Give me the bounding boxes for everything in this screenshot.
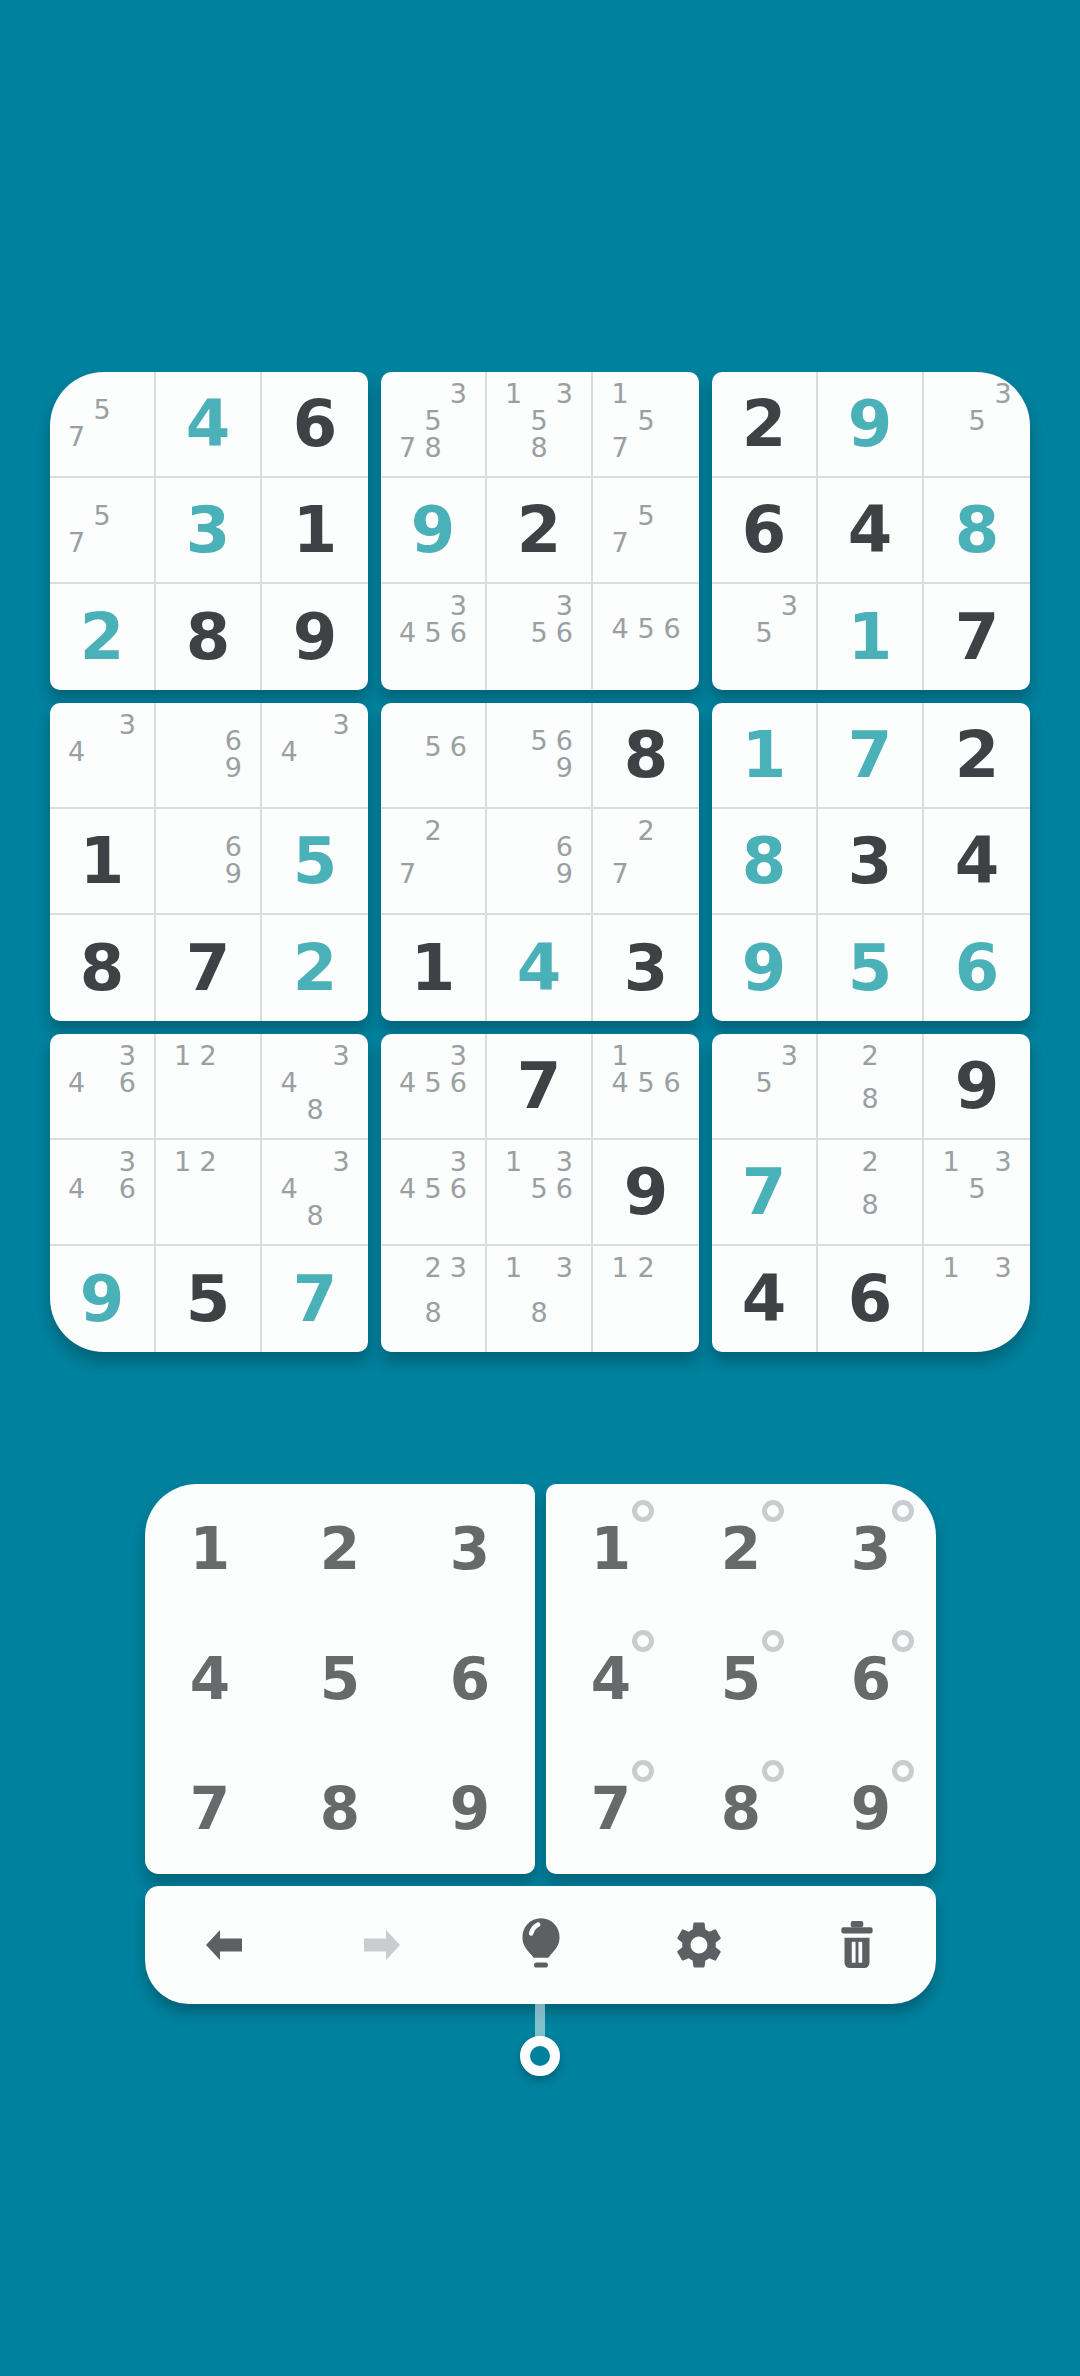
pencil-mark-slot: 3 (446, 1148, 471, 1175)
sudoku-cell-r9c3[interactable]: 7 (262, 1246, 368, 1352)
pencil-mark-slot (633, 1281, 659, 1304)
pencil-mark-slot (832, 1191, 857, 1218)
sudoku-cell-r1c5[interactable]: 1358 (487, 372, 593, 478)
sudoku-cell-r4c3[interactable]: 34 (262, 703, 368, 809)
pencil-marks: 69 (156, 703, 260, 807)
sudoku-cell-r5c5[interactable]: 69 (487, 809, 593, 915)
pencil-mark-slot (883, 1191, 908, 1218)
settings-button[interactable] (620, 1917, 778, 1973)
pencil-mark-slot (446, 1299, 471, 1326)
pencil-mark-slot (89, 711, 114, 738)
pencil-mark-slot: 3 (552, 1254, 577, 1281)
pencil-mark-slot (659, 380, 685, 407)
sudoku-cell-r7c1[interactable]: 346 (50, 1034, 156, 1140)
pencil-ring-icon (632, 1760, 654, 1782)
given-digit: 1 (411, 936, 456, 1000)
sudoku-cell-r1c7[interactable]: 2 (712, 372, 818, 478)
pencil-mark-slot (395, 1148, 420, 1175)
sudoku-cell-r4c7[interactable]: 1 (712, 703, 818, 809)
number-pad-button-1[interactable]: 1 (145, 1484, 275, 1614)
pencil-mark-slot: 7 (64, 423, 89, 450)
pencil-pad-button-4[interactable]: 4 (546, 1614, 676, 1744)
pencil-mark-slot (170, 860, 195, 887)
pencil-mark-slot: 1 (938, 1148, 964, 1175)
pencil-mark-slot (659, 502, 685, 529)
sudoku-cell-r8c3[interactable]: 348 (262, 1140, 368, 1246)
pencil-ring-icon (762, 1630, 784, 1652)
pencil-mark-slot: 7 (395, 860, 420, 887)
sudoku-cell-r6c8[interactable]: 5 (818, 915, 924, 1021)
pencil-mark-slot (395, 1299, 420, 1326)
sudoku-cell-r8c7[interactable]: 7 (712, 1140, 818, 1246)
sudoku-cell-r4c6[interactable]: 8 (593, 703, 699, 809)
sudoku-cell-r4c8[interactable]: 7 (818, 703, 924, 809)
pencil-mark-slot (328, 1202, 354, 1229)
sudoku-cell-r1c9[interactable]: 35 (924, 372, 1030, 478)
pencil-mark-slot: 2 (420, 817, 445, 844)
pencil-pad-button-1[interactable]: 1 (546, 1484, 676, 1614)
pencil-mark-slot: 3 (990, 1148, 1016, 1175)
pencil-mark-slot (420, 592, 445, 619)
sudoku-cell-r8c2[interactable]: 12 (156, 1140, 262, 1246)
sudoku-cell-r6c2[interactable]: 7 (156, 915, 262, 1021)
sudoku-cell-r5c7[interactable]: 8 (712, 809, 818, 915)
pencil-marks: 13 (924, 1246, 1030, 1352)
number-pad-button-2[interactable]: 2 (275, 1484, 405, 1614)
number-pad-button-9[interactable]: 9 (405, 1744, 535, 1874)
pencil-marks: 157 (593, 372, 699, 476)
pencil-mark-slot (64, 1042, 89, 1069)
pencil-mark-slot (501, 592, 526, 619)
pencil-mark-slot (420, 1148, 445, 1175)
pencil-mark-slot (446, 760, 471, 782)
pencil-mark-slot (883, 1042, 908, 1069)
sudoku-cell-r6c5[interactable]: 4 (487, 915, 593, 1021)
sudoku-cell-r7c3[interactable]: 348 (262, 1034, 368, 1140)
sudoku-cell-r3c4[interactable]: 3456 (381, 584, 487, 690)
pencil-mark-slot (552, 1202, 577, 1218)
pencil-mark-slot (420, 860, 445, 887)
sudoku-cell-r6c4[interactable]: 1 (381, 915, 487, 1021)
sudoku-cell-r7c8[interactable]: 28 (818, 1034, 924, 1140)
pencil-mark-slot: 8 (857, 1085, 882, 1112)
pencil-mark-slot (395, 817, 420, 844)
pencil-pad-button-2[interactable]: 2 (676, 1484, 806, 1614)
pencil-mark-slot (777, 619, 802, 646)
pencil-pad-button-9[interactable]: 9 (806, 1744, 936, 1874)
sudoku-cell-r2c2[interactable]: 3 (156, 478, 262, 584)
sudoku-cell-r8c1[interactable]: 346 (50, 1140, 156, 1246)
pencil-mark-slot: 1 (607, 1254, 633, 1281)
pencil-mark-slot: 6 (446, 1069, 471, 1096)
pencil-marks: 35 (924, 372, 1030, 476)
sudoku-cell-r1c4[interactable]: 3578 (381, 372, 487, 478)
pencil-mark-slot (221, 1197, 246, 1219)
pencil-mark-slot (276, 1202, 302, 1229)
pencil-mark-slot (328, 765, 354, 781)
pencil-mark-slot (938, 1175, 964, 1202)
number-pad-button-3[interactable]: 3 (405, 1484, 535, 1614)
sudoku-cell-r7c2[interactable]: 12 (156, 1034, 262, 1140)
sudoku-cell-r4c5[interactable]: 569 (487, 703, 593, 809)
sudoku-cell-r7c5[interactable]: 7 (487, 1034, 593, 1140)
pencil-pad-button-8[interactable]: 8 (676, 1744, 806, 1874)
sudoku-cell-r1c3[interactable]: 6 (262, 372, 368, 478)
pencil-mark-slot (883, 1069, 908, 1085)
pencil-mark-slot (607, 1281, 633, 1304)
pencil-mark-slot (633, 380, 659, 407)
sudoku-cell-r9c6[interactable]: 12 (593, 1246, 699, 1352)
pencil-mark-slot (395, 380, 420, 407)
pencil-mark-slot (115, 380, 140, 396)
pencil-mark-slot (420, 711, 445, 733)
pencil-mark-slot (89, 1096, 114, 1112)
user-digit: 7 (742, 1160, 787, 1224)
pencil-mark-slot: 1 (501, 1254, 526, 1281)
pencil-mark-slot: 8 (526, 434, 551, 461)
sudoku-cell-r3c2[interactable]: 8 (156, 584, 262, 690)
pencil-mark-slot (64, 711, 89, 738)
sudoku-cell-r9c5[interactable]: 138 (487, 1246, 593, 1352)
sudoku-cell-r9c8[interactable]: 6 (818, 1246, 924, 1352)
redo-button[interactable] (303, 1921, 461, 1969)
pencil-mark-slot: 6 (552, 1175, 577, 1202)
pencil-mark-slot (501, 817, 526, 833)
sudoku-cell-r5c9[interactable]: 4 (924, 809, 1030, 915)
pencil-marks: 12 (593, 1246, 699, 1352)
pencil-mark-slot (115, 1096, 140, 1112)
pencil-mark-slot: 8 (420, 1299, 445, 1326)
sudoku-cell-r4c2[interactable]: 69 (156, 703, 262, 809)
pencil-mark-slot (221, 1042, 246, 1069)
pencil-mark-slot (633, 1304, 659, 1327)
pad-digit: 2 (721, 1515, 761, 1583)
pencil-mark-slot (395, 592, 420, 619)
number-pad-button-8[interactable]: 8 (275, 1744, 405, 1874)
pencil-mark-slot (89, 1202, 114, 1218)
pencil-mark-slot (302, 1175, 328, 1202)
pencil-mark-slot: 6 (221, 833, 246, 860)
pencil-mark-slot: 2 (195, 1148, 220, 1175)
given-digit: 2 (742, 392, 787, 456)
pencil-pad-button-7[interactable]: 7 (546, 1744, 676, 1874)
sudoku-cell-r3c5[interactable]: 356 (487, 584, 593, 690)
sudoku-cell-r2c3[interactable]: 1 (262, 478, 368, 584)
pencil-ring-icon (632, 1500, 654, 1522)
pencil-mark-slot (328, 1175, 354, 1202)
sudoku-cell-r1c8[interactable]: 9 (818, 372, 924, 478)
sudoku-cell-r3c3[interactable]: 9 (262, 584, 368, 690)
pencil-mark-slot (501, 407, 526, 434)
pencil-mark-slot (751, 592, 776, 619)
drag-handle[interactable] (520, 2036, 560, 2076)
board-block-8: 34567145634561356923813812 (381, 1034, 699, 1352)
pencil-mark-slot (832, 1148, 857, 1175)
sudoku-cell-r2c4[interactable]: 9 (381, 478, 487, 584)
pencil-mark-slot: 5 (420, 1175, 445, 1202)
pencil-mark-slot: 5 (633, 1069, 659, 1096)
pencil-marks: 27 (381, 809, 485, 913)
board-block-5: 565698276927143 (381, 703, 699, 1021)
sudoku-cell-r2c8[interactable]: 4 (818, 478, 924, 584)
pencil-mark-slot (964, 1148, 990, 1175)
pencil-mark-slot (89, 1175, 114, 1202)
undo-button[interactable] (145, 1921, 303, 1969)
delete-button[interactable] (778, 1917, 936, 1973)
sudoku-cell-r2c7[interactable]: 6 (712, 478, 818, 584)
sudoku-cell-r2c6[interactable]: 57 (593, 478, 699, 584)
pencil-mark-slot (726, 1096, 751, 1112)
pencil-mark-slot (170, 1069, 195, 1091)
pencil-marks: 69 (156, 809, 260, 913)
sudoku-cell-r7c7[interactable]: 35 (712, 1034, 818, 1140)
pencil-mark-slot (64, 380, 89, 396)
pencil-mark-slot (832, 1085, 857, 1112)
number-pad-button-4[interactable]: 4 (145, 1614, 275, 1744)
pencil-ring-icon (632, 1630, 654, 1652)
sudoku-cell-r9c9[interactable]: 13 (924, 1246, 1030, 1352)
pencil-mark-slot: 4 (607, 1069, 633, 1096)
pencil-mark-slot (89, 738, 114, 765)
sudoku-cell-r5c6[interactable]: 27 (593, 809, 699, 915)
pencil-mark-slot (751, 646, 776, 664)
pencil-mark-slot (552, 1281, 577, 1299)
pencil-mark-slot: 6 (446, 733, 471, 760)
pencil-mark-slot: 6 (552, 727, 577, 754)
pencil-mark-slot (726, 1069, 751, 1096)
given-digit: 6 (848, 1267, 893, 1331)
board-block-4: 3469341695872 (50, 703, 368, 1021)
pencil-mark-slot: 9 (221, 754, 246, 781)
sudoku-cell-r6c1[interactable]: 8 (50, 915, 156, 1021)
sudoku-cell-r8c6[interactable]: 9 (593, 1140, 699, 1246)
pencil-mark-slot (633, 642, 659, 665)
sudoku-cell-r2c9[interactable]: 8 (924, 478, 1030, 584)
pencil-mark-slot (221, 1091, 246, 1113)
sudoku-cell-r6c6[interactable]: 3 (593, 915, 699, 1021)
hint-button[interactable] (461, 1916, 619, 1974)
pencil-mark-slot (552, 407, 577, 434)
pencil-mark-slot (726, 619, 751, 646)
pencil-marks: 12 (156, 1034, 260, 1138)
sudoku-cell-r1c2[interactable]: 4 (156, 372, 262, 478)
pencil-mark-slot (276, 1042, 302, 1069)
pencil-mark-slot: 8 (526, 1299, 551, 1326)
sudoku-cell-r5c1[interactable]: 1 (50, 809, 156, 915)
pencil-mark-slot (328, 1069, 354, 1096)
sudoku-cell-r3c6[interactable]: 456 (593, 584, 699, 690)
sudoku-cell-r4c1[interactable]: 34 (50, 703, 156, 809)
sudoku-cell-r9c4[interactable]: 238 (381, 1246, 487, 1352)
pencil-marks: 348 (262, 1140, 368, 1244)
sudoku-cell-r4c9[interactable]: 2 (924, 703, 1030, 809)
pencil-mark-slot (526, 1148, 551, 1175)
pencil-mark-slot: 4 (276, 738, 302, 765)
board-block-3: 29356483517 (712, 372, 1030, 690)
pad-digit: 9 (450, 1775, 490, 1843)
pad-digit: 4 (591, 1645, 631, 1713)
pencil-pad-button-5[interactable]: 5 (676, 1614, 806, 1744)
sudoku-cell-r6c7[interactable]: 9 (712, 915, 818, 1021)
sudoku-cell-r5c2[interactable]: 69 (156, 809, 262, 915)
sudoku-cell-r7c9[interactable]: 9 (924, 1034, 1030, 1140)
given-digit: 6 (742, 498, 787, 562)
pencil-mark-slot (328, 738, 354, 765)
pencil-marks: 28 (818, 1140, 922, 1244)
user-digit: 7 (848, 723, 893, 787)
pencil-mark-slot (938, 1281, 964, 1304)
pencil-mark-slot: 3 (552, 1148, 577, 1175)
sudoku-cell-r6c9[interactable]: 6 (924, 915, 1030, 1021)
pencil-mark-slot (328, 1096, 354, 1123)
pencil-mark-slot (659, 407, 685, 434)
pencil-mark-slot (64, 1202, 89, 1218)
pencil-pad-button-6[interactable]: 6 (806, 1614, 936, 1744)
pencil-marks: 27 (593, 809, 699, 913)
pencil-mark-slot (501, 754, 526, 781)
sudoku-cell-r3c8[interactable]: 1 (818, 584, 924, 690)
sudoku-cell-r3c1[interactable]: 2 (50, 584, 156, 690)
sudoku-cell-r1c6[interactable]: 157 (593, 372, 699, 478)
pencil-mark-slot (526, 754, 551, 781)
sudoku-cell-r2c5[interactable]: 2 (487, 478, 593, 584)
pad-digit: 3 (851, 1515, 891, 1583)
pad-digit: 8 (320, 1775, 360, 1843)
pencil-mark-slot (302, 765, 328, 781)
sudoku-cell-r3c9[interactable]: 7 (924, 584, 1030, 690)
given-digit: 4 (955, 829, 1000, 893)
pencil-mark-slot (89, 423, 114, 450)
pad-digit: 5 (320, 1645, 360, 1713)
pencil-mark-slot (633, 844, 659, 860)
pencil-mark-slot (395, 646, 420, 664)
pencil-mark-slot: 2 (633, 1254, 659, 1281)
pencil-mark-slot (395, 1281, 420, 1299)
pencil-mark-slot (633, 1042, 659, 1069)
pencil-marks: 3456 (381, 584, 485, 690)
pencil-mark-slot: 6 (552, 833, 577, 860)
pencil-mark-slot (501, 1281, 526, 1299)
pencil-mark-slot (170, 1197, 195, 1219)
pencil-mark-slot (170, 1091, 195, 1113)
pencil-marks: 346 (50, 1140, 154, 1244)
pencil-mark-slot (395, 711, 420, 733)
pencil-mark-slot (659, 1042, 685, 1069)
pencil-mark-slot (659, 529, 685, 556)
drag-handle-line (535, 2002, 545, 2040)
pencil-mark-slot (526, 833, 551, 860)
number-pad-button-6[interactable]: 6 (405, 1614, 535, 1744)
board-block-2: 3578135815792573456356456 (381, 372, 699, 690)
pencil-mark-slot (195, 1175, 220, 1197)
pencil-mark-slot (195, 711, 220, 727)
sudoku-cell-r9c1[interactable]: 9 (50, 1246, 156, 1352)
pencil-mark-slot: 5 (751, 619, 776, 646)
pencil-mark-slot (659, 844, 685, 860)
pencil-mark-slot (938, 1202, 964, 1218)
pencil-mark-slot (964, 380, 990, 407)
pencil-mark-slot: 4 (64, 738, 89, 765)
pencil-mark-slot (526, 1202, 551, 1218)
pencil-mark-slot: 7 (64, 529, 89, 556)
sudoku-cell-r9c2[interactable]: 5 (156, 1246, 262, 1352)
pencil-mark-slot (659, 1096, 685, 1112)
pencil-mark-slot: 3 (446, 1042, 471, 1069)
sudoku-cell-r5c4[interactable]: 27 (381, 809, 487, 915)
pencil-marks: 456 (593, 584, 699, 690)
pencil-mark-slot (990, 1281, 1016, 1304)
pencil-mark-slot: 1 (170, 1042, 195, 1069)
pencil-mark-slot (659, 860, 685, 887)
sudoku-cell-r8c8[interactable]: 28 (818, 1140, 924, 1246)
board-block-1: 57465731289 (50, 372, 368, 690)
sudoku-cell-r7c6[interactable]: 1456 (593, 1034, 699, 1140)
pencil-mark-slot: 4 (64, 1175, 89, 1202)
pencil-marks: 12 (156, 1140, 260, 1244)
sudoku-cell-r5c8[interactable]: 3 (818, 809, 924, 915)
pencil-marks: 1356 (487, 1140, 591, 1244)
pencil-marks: 138 (487, 1246, 591, 1352)
pencil-mark-slot (552, 434, 577, 461)
pencil-marks: 3578 (381, 372, 485, 476)
number-pad-button-5[interactable]: 5 (275, 1614, 405, 1744)
sudoku-cell-r5c3[interactable]: 5 (262, 809, 368, 915)
pencil-ring-icon (892, 1500, 914, 1522)
user-digit: 9 (80, 1267, 125, 1331)
given-digit: 7 (955, 605, 1000, 669)
sudoku-cell-r8c4[interactable]: 3456 (381, 1140, 487, 1246)
pencil-mark-slot (420, 380, 445, 407)
pencil-mark-slot (170, 817, 195, 833)
pencil-mark-slot: 3 (552, 592, 577, 619)
sudoku-cell-r1c1[interactable]: 57 (50, 372, 156, 478)
sudoku-cell-r8c9[interactable]: 135 (924, 1140, 1030, 1246)
pencil-mark-slot (501, 727, 526, 754)
pencil-mark-slot (115, 765, 140, 781)
sudoku-cell-r9c7[interactable]: 4 (712, 1246, 818, 1352)
pencil-mark-slot (777, 646, 802, 664)
sudoku-cell-r8c5[interactable]: 1356 (487, 1140, 593, 1246)
pencil-mark-slot (526, 817, 551, 833)
pencil-mark-slot (420, 760, 445, 782)
pencil-mark-slot: 6 (115, 1175, 140, 1202)
sudoku-cell-r4c4[interactable]: 56 (381, 703, 487, 809)
pencil-mark-slot: 1 (607, 380, 633, 407)
pad-digit: 6 (450, 1645, 490, 1713)
pad-digit: 2 (320, 1515, 360, 1583)
pencil-mark-slot: 7 (607, 434, 633, 461)
lightbulb-icon (516, 1916, 566, 1974)
given-digit: 9 (955, 1054, 1000, 1118)
pencil-mark-slot (552, 1299, 577, 1326)
pencil-mark-slot (64, 502, 89, 529)
given-digit: 7 (186, 936, 231, 1000)
pencil-mark-slot (302, 711, 328, 738)
pencil-mark-slot (446, 817, 471, 844)
number-pad-normal: 123456789 (145, 1484, 535, 1874)
number-pad-button-7[interactable]: 7 (145, 1744, 275, 1874)
sudoku-cell-r6c3[interactable]: 2 (262, 915, 368, 1021)
sudoku-cell-r3c7[interactable]: 35 (712, 584, 818, 690)
pencil-marks: 238 (381, 1246, 485, 1352)
pencil-mark-slot: 4 (64, 1069, 89, 1096)
pencil-mark-slot (938, 1304, 964, 1327)
pencil-mark-slot: 3 (777, 592, 802, 619)
sudoku-cell-r7c4[interactable]: 3456 (381, 1034, 487, 1140)
sudoku-cell-r2c1[interactable]: 57 (50, 478, 156, 584)
pencil-mark-slot: 5 (633, 502, 659, 529)
pencil-pad-button-3[interactable]: 3 (806, 1484, 936, 1614)
